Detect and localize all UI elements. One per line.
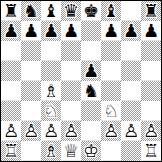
piece-white-pawn[interactable]: ♟♙ — [21, 121, 41, 141]
square-c5[interactable] — [41, 61, 61, 81]
piece-black-pawn[interactable]: ♟ — [121, 21, 141, 41]
square-e3[interactable] — [81, 101, 101, 121]
square-f2[interactable]: ♟♙ — [101, 121, 121, 141]
square-d6[interactable] — [61, 41, 81, 61]
square-h2[interactable]: ♟♙ — [141, 121, 161, 141]
square-f6[interactable] — [101, 41, 121, 61]
piece-white-knight[interactable]: ♞♘ — [41, 101, 61, 121]
piece-glyph-outline: ♙ — [41, 121, 61, 141]
piece-white-pawn[interactable]: ♟♙ — [41, 121, 61, 141]
square-f4[interactable] — [101, 81, 121, 101]
square-c6[interactable] — [41, 41, 61, 61]
piece-glyph-outline: ♘ — [101, 101, 121, 121]
square-e6[interactable] — [81, 41, 101, 61]
square-f8[interactable]: ♝ — [101, 1, 121, 21]
piece-black-rook[interactable]: ♜ — [1, 1, 21, 21]
chess-board: ♜♞♝♛♚♝♜♟♟♟♟♟♟♟♟♝♗♞♞♘♞♘♟♙♟♙♟♙♟♙♟♙♟♙♟♙♜♖♝♗… — [0, 0, 162, 162]
piece-white-rook[interactable]: ♜♖ — [1, 141, 21, 161]
square-h7[interactable]: ♟ — [141, 21, 161, 41]
square-e8[interactable]: ♚ — [81, 1, 101, 21]
piece-white-bishop[interactable]: ♝♗ — [41, 141, 61, 161]
square-d5[interactable] — [61, 61, 81, 81]
piece-glyph-outline: ♗ — [41, 81, 61, 101]
square-a6[interactable] — [1, 41, 21, 61]
piece-white-pawn[interactable]: ♟♙ — [141, 121, 161, 141]
piece-black-pawn[interactable]: ♟ — [61, 21, 81, 41]
square-g4[interactable] — [121, 81, 141, 101]
piece-glyph-outline: ♙ — [21, 121, 41, 141]
square-b7[interactable]: ♟ — [21, 21, 41, 41]
square-c3[interactable]: ♞♘ — [41, 101, 61, 121]
piece-black-knight[interactable]: ♞ — [21, 1, 41, 21]
square-a7[interactable]: ♟ — [1, 21, 21, 41]
square-h6[interactable] — [141, 41, 161, 61]
square-h8[interactable]: ♜ — [141, 1, 161, 21]
piece-glyph-outline: ♔ — [81, 141, 101, 161]
square-d7[interactable]: ♟ — [61, 21, 81, 41]
piece-glyph-outline: ♙ — [141, 121, 161, 141]
square-g3[interactable] — [121, 101, 141, 121]
piece-glyph-outline: ♖ — [1, 141, 21, 161]
piece-black-queen[interactable]: ♛ — [61, 1, 81, 21]
square-b4[interactable] — [21, 81, 41, 101]
square-d8[interactable]: ♛ — [61, 1, 81, 21]
piece-black-pawn[interactable]: ♟ — [141, 21, 161, 41]
square-d1[interactable]: ♛♕ — [61, 141, 81, 161]
square-f5[interactable] — [101, 61, 121, 81]
square-a2[interactable]: ♟♙ — [1, 121, 21, 141]
square-h1[interactable]: ♜♖ — [141, 141, 161, 161]
piece-black-pawn[interactable]: ♟ — [41, 21, 61, 41]
square-g7[interactable]: ♟ — [121, 21, 141, 41]
square-b6[interactable] — [21, 41, 41, 61]
square-e7[interactable] — [81, 21, 101, 41]
square-c1[interactable]: ♝♗ — [41, 141, 61, 161]
piece-white-queen[interactable]: ♛♕ — [61, 141, 81, 161]
square-b8[interactable]: ♞ — [21, 1, 41, 21]
piece-black-knight[interactable]: ♞ — [81, 81, 101, 101]
square-a1[interactable]: ♜♖ — [1, 141, 21, 161]
piece-white-pawn[interactable]: ♟♙ — [1, 121, 21, 141]
square-e2[interactable] — [81, 121, 101, 141]
square-c4[interactable]: ♝♗ — [41, 81, 61, 101]
piece-white-pawn[interactable]: ♟♙ — [61, 121, 81, 141]
square-g1[interactable] — [121, 141, 141, 161]
square-a8[interactable]: ♜ — [1, 1, 21, 21]
square-f1[interactable] — [101, 141, 121, 161]
square-d4[interactable] — [61, 81, 81, 101]
piece-glyph-outline: ♖ — [141, 141, 161, 161]
square-b5[interactable] — [21, 61, 41, 81]
square-e5[interactable]: ♟ — [81, 61, 101, 81]
square-f3[interactable]: ♞♘ — [101, 101, 121, 121]
piece-glyph-outline: ♙ — [101, 121, 121, 141]
piece-glyph-outline: ♙ — [1, 121, 21, 141]
piece-black-pawn[interactable]: ♟ — [21, 21, 41, 41]
square-d2[interactable]: ♟♙ — [61, 121, 81, 141]
square-a5[interactable] — [1, 61, 21, 81]
piece-white-rook[interactable]: ♜♖ — [141, 141, 161, 161]
square-g8[interactable] — [121, 1, 141, 21]
piece-glyph-outline: ♗ — [41, 141, 61, 161]
piece-black-rook[interactable]: ♜ — [141, 1, 161, 21]
piece-black-pawn[interactable]: ♟ — [1, 21, 21, 41]
piece-glyph-outline: ♘ — [41, 101, 61, 121]
square-g6[interactable] — [121, 41, 141, 61]
square-f7[interactable]: ♟ — [101, 21, 121, 41]
piece-glyph-outline: ♕ — [61, 141, 81, 161]
square-e1[interactable]: ♚♔ — [81, 141, 101, 161]
piece-black-bishop[interactable]: ♝ — [41, 1, 61, 21]
square-c2[interactable]: ♟♙ — [41, 121, 61, 141]
piece-glyph-outline: ♙ — [61, 121, 81, 141]
square-g5[interactable] — [121, 61, 141, 81]
piece-white-knight[interactable]: ♞♘ — [101, 101, 121, 121]
square-b2[interactable]: ♟♙ — [21, 121, 41, 141]
square-d3[interactable] — [61, 101, 81, 121]
square-h4[interactable] — [141, 81, 161, 101]
piece-glyph-outline: ♙ — [121, 121, 141, 141]
square-a4[interactable] — [1, 81, 21, 101]
piece-black-pawn[interactable]: ♟ — [81, 61, 101, 81]
square-h5[interactable] — [141, 61, 161, 81]
square-b3[interactable] — [21, 101, 41, 121]
square-c7[interactable]: ♟ — [41, 21, 61, 41]
piece-black-king[interactable]: ♚ — [81, 1, 101, 21]
square-e4[interactable]: ♞ — [81, 81, 101, 101]
piece-white-king[interactable]: ♚♔ — [81, 141, 101, 161]
square-a3[interactable] — [1, 101, 21, 121]
square-c8[interactable]: ♝ — [41, 1, 61, 21]
square-g2[interactable]: ♟♙ — [121, 121, 141, 141]
piece-black-pawn[interactable]: ♟ — [101, 21, 121, 41]
piece-white-pawn[interactable]: ♟♙ — [121, 121, 141, 141]
piece-white-pawn[interactable]: ♟♙ — [101, 121, 121, 141]
piece-white-bishop[interactable]: ♝♗ — [41, 81, 61, 101]
square-h3[interactable] — [141, 101, 161, 121]
piece-black-bishop[interactable]: ♝ — [101, 1, 121, 21]
square-b1[interactable] — [21, 141, 41, 161]
